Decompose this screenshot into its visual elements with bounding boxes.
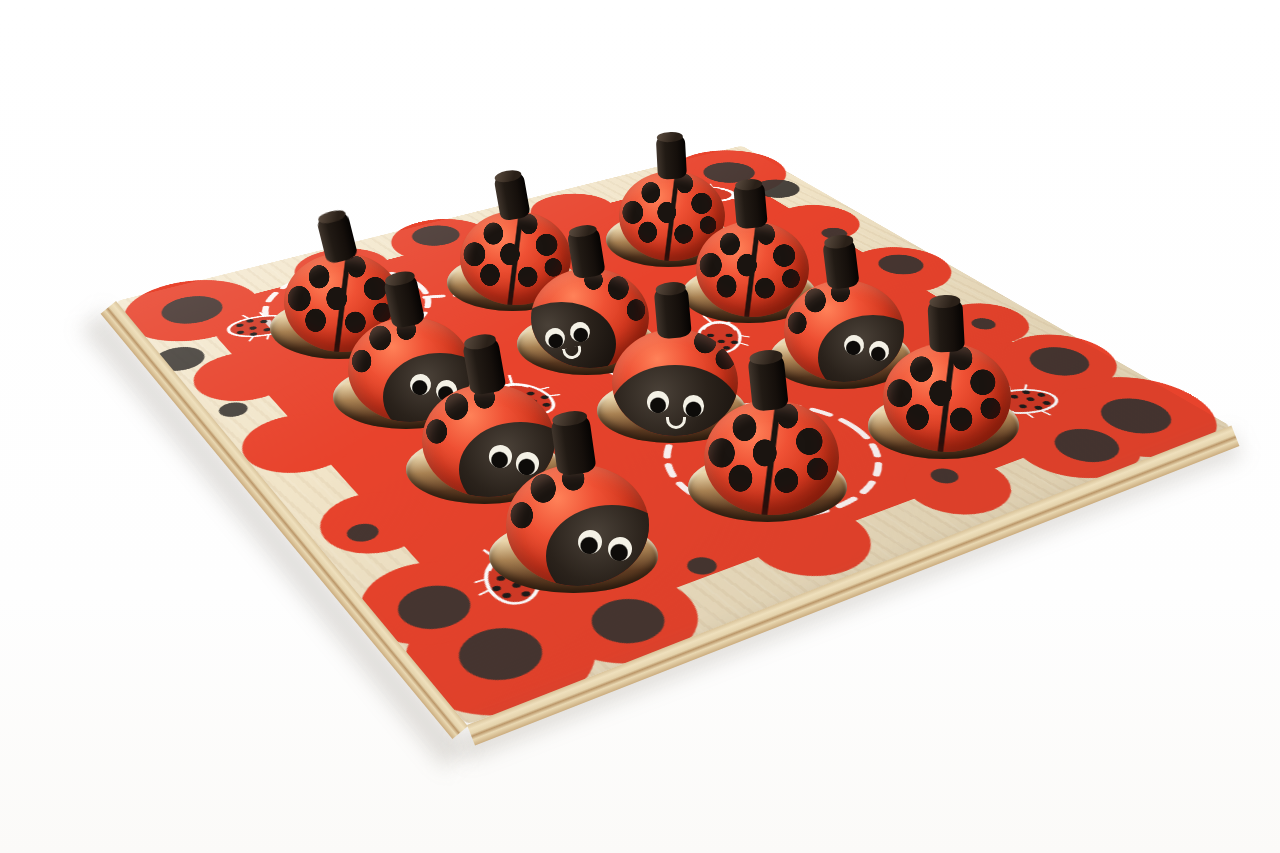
- ladybug-shell: [506, 464, 649, 586]
- piece-peg-handle[interactable]: [822, 236, 860, 290]
- piece-peg-handle[interactable]: [653, 284, 691, 340]
- ladybug-shell: [784, 280, 904, 382]
- piece-peg-handle[interactable]: [733, 180, 768, 230]
- piece-peg-handle[interactable]: [927, 297, 964, 352]
- ladybug-shell: [696, 221, 809, 317]
- product-photo-stage: [0, 0, 1280, 853]
- ladybug-shell: [883, 343, 1011, 452]
- piece-peg-handle[interactable]: [747, 351, 789, 411]
- ladybug-eye: [683, 395, 704, 416]
- ladybug-eye: [647, 391, 668, 412]
- piece-peg-handle[interactable]: [655, 133, 686, 179]
- ladybug-shell: [704, 400, 839, 515]
